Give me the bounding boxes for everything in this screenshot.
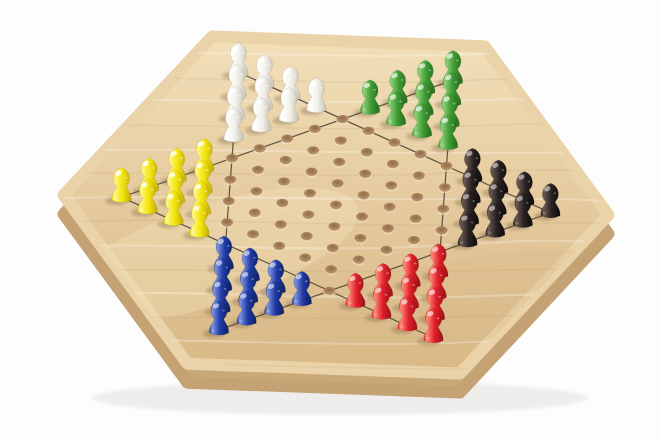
board-canvas [0,0,660,440]
peg-gloss-dot [454,81,457,83]
peg-gloss-dot [386,272,389,274]
hole-r12-i7[interactable] [221,218,233,226]
hole-r10-i7[interactable] [273,242,285,250]
peg-gloss-dot [206,169,209,171]
peg-gloss-dot [250,300,253,302]
hole-r12-i4[interactable] [226,154,238,162]
hole-r11-i3[interactable] [254,144,266,152]
peg-gloss-dot [471,222,474,224]
hole-r8-i8[interactable] [324,287,336,295]
hole-r5-i5[interactable] [411,193,423,201]
peg-gloss-dot [227,245,230,247]
hole-r9-i6[interactable] [301,232,313,240]
peg-gloss-dot [554,192,557,194]
hole-r8-i5[interactable] [328,222,340,230]
peg-gloss-dot [292,97,295,99]
hole-r6-i2[interactable] [388,138,400,146]
hole-r5-i6[interactable] [410,214,422,222]
hole-r6-i7[interactable] [380,246,392,254]
hole-r6-i5[interactable] [384,203,396,211]
hole-r8-i4[interactable] [330,201,342,209]
peg-gloss-dot [253,257,256,259]
hole-r5-i3[interactable] [414,150,426,158]
peg-gloss-dot [125,177,128,179]
peg-gloss-dot [451,124,454,126]
chinese-checkers-photo [0,0,660,440]
hole-r8-i2[interactable] [333,158,345,166]
hole-r6-i3[interactable] [387,160,399,168]
peg-gloss-dot [203,212,206,214]
peg-gloss-dot [476,157,479,159]
peg-gloss-dot [224,288,227,290]
hole-r9-i4[interactable] [304,189,316,197]
hole-r8-i3[interactable] [332,179,344,187]
peg-gloss-dot [277,290,280,292]
hole-r8-i1[interactable] [335,136,347,144]
peg-gloss-dot [472,200,475,202]
hole-r11-i5[interactable] [250,187,262,195]
hole-r10-i4[interactable] [278,177,290,185]
hole-r7-i4[interactable] [358,191,370,199]
hole-r6-i6[interactable] [382,224,394,232]
hole-r12-i6[interactable] [223,197,235,205]
hole-r11-i4[interactable] [252,166,264,174]
peg-gloss-dot [385,294,388,296]
hole-r7-i1[interactable] [362,127,374,135]
peg-gloss-dot [152,167,155,169]
peg-gloss-dot [500,190,503,192]
hole-r12-i5[interactable] [224,175,236,183]
peg-gloss-dot [242,52,245,54]
peg-gloss-dot [498,212,501,214]
hole-r9-i1[interactable] [309,125,321,133]
peg-gloss-dot [437,317,440,319]
hole-r6-i4[interactable] [385,181,397,189]
hole-r10-i5[interactable] [276,199,288,207]
hole-r11-i6[interactable] [249,209,261,217]
hole-r4-i7[interactable] [436,226,448,234]
peg-gloss-dot [251,278,254,280]
peg-gloss-dot [268,63,271,65]
peg-gloss-dot [428,69,431,71]
peg-gloss-dot [320,87,323,89]
peg-gloss-dot [438,296,441,298]
peg-gloss-dot [279,268,282,270]
hole-r10-i3[interactable] [280,156,292,164]
hole-r7-i7[interactable] [353,255,365,263]
hole-r5-i7[interactable] [408,236,420,244]
hole-r7-i2[interactable] [361,148,373,156]
peg-gloss-dot [266,85,269,87]
hole-r4-i4[interactable] [440,162,452,170]
peg-gloss-dot [151,188,154,190]
peg-gloss-dot [427,91,430,93]
hole-r10-i2[interactable] [281,134,293,142]
peg-gloss-dot [178,179,181,181]
peg-gloss-dot [373,89,376,91]
hole-r10-i6[interactable] [275,220,287,228]
peg-gloss-dot [238,95,241,97]
peg-gloss-dot [305,280,308,282]
hole-r7-i6[interactable] [354,234,366,242]
peg-gloss-dot [399,101,402,103]
peg-gloss-dot [474,179,477,181]
peg-gloss-dot [222,309,225,311]
peg-gloss-dot [294,75,297,77]
peg-gloss-dot [425,112,428,114]
hole-r7-i3[interactable] [359,170,371,178]
peg-gloss-dot [359,282,362,284]
peg-gloss-dot [401,79,404,81]
peg-gloss-dot [240,73,243,75]
hole-r9-i2[interactable] [307,146,319,154]
peg-gloss-dot [411,306,414,308]
peg-gloss-dot [502,169,505,171]
hole-r9-i5[interactable] [302,211,314,219]
peg-gloss-dot [225,266,228,268]
hole-r9-i3[interactable] [306,168,318,176]
peg-gloss-dot [526,202,529,204]
hole-r11-i7[interactable] [247,230,259,238]
hole-r9-i7[interactable] [299,254,311,262]
hole-r5-i4[interactable] [413,172,425,180]
peg-gloss-dot [414,263,417,265]
hole-r8-i6[interactable] [327,244,339,252]
peg-gloss-dot [237,116,240,118]
peg-gloss-dot [441,253,444,255]
hole-r7-i5[interactable] [356,213,368,221]
hole-r8-i0[interactable] [336,115,348,123]
hole-r4-i5[interactable] [439,183,451,191]
peg-gloss-dot [456,60,459,62]
peg-gloss-dot [264,106,267,108]
peg-gloss-dot [180,157,183,159]
peg-gloss-dot [412,284,415,286]
peg-gloss-dot [207,147,210,149]
peg-gloss-dot [440,274,443,276]
hole-r8-i7[interactable] [325,265,337,273]
peg-gloss-dot [453,103,456,105]
peg-gloss-dot [204,190,207,192]
peg-gloss-dot [177,200,180,202]
peg-gloss-dot [528,181,531,183]
hole-r4-i6[interactable] [437,205,449,213]
